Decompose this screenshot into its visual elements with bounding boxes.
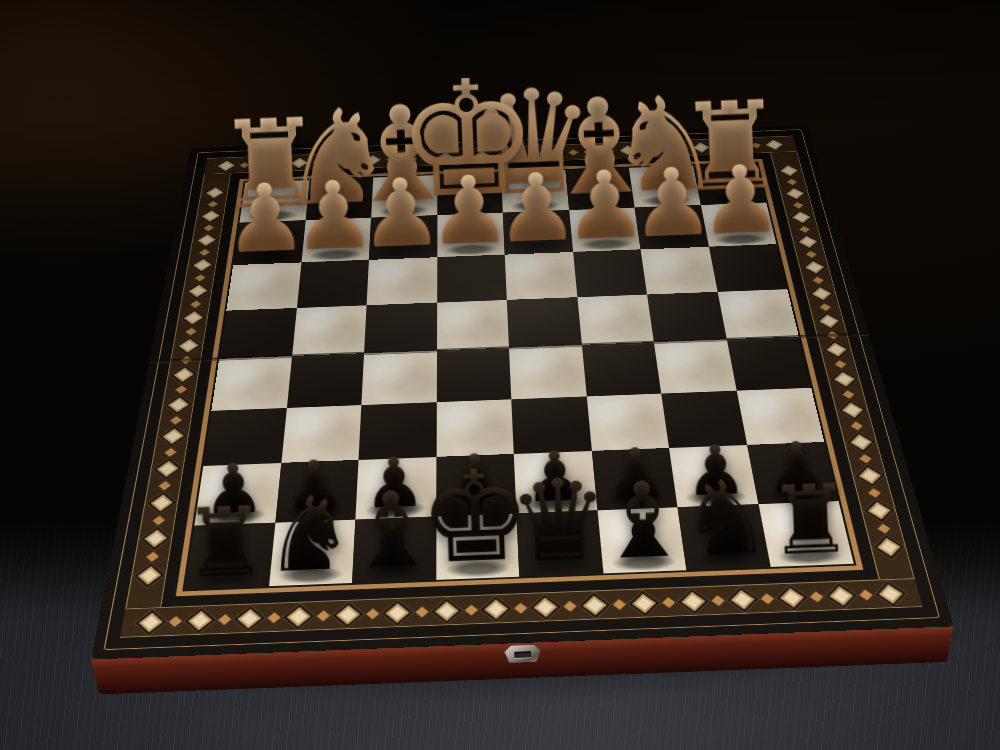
inlay-diamond-small — [175, 386, 187, 394]
inlay-diamond-small — [199, 249, 209, 256]
scene: ♜♞♝♚♛♝♞♜♟♟♟♟♟♟♟♟♟♟♟♟♟♟♟♟♜♞♝♚♛♝♞♜ — [0, 0, 1000, 750]
square-h4[interactable] — [219, 308, 296, 359]
square-b5[interactable] — [654, 339, 736, 393]
square-a5[interactable] — [726, 337, 811, 391]
inlay-diamond-large — [863, 499, 895, 523]
chess-board: ♜♞♝♚♛♝♞♜♟♟♟♟♟♟♟♟♟♟♟♟♟♟♟♟♜♞♝♚♛♝♞♜ — [185, 163, 854, 590]
inlay-diamond-small — [805, 251, 816, 258]
inlay-diamond-large — [825, 582, 858, 609]
inlay-diamond-small — [185, 328, 196, 336]
photo-of-chess-set: { "game": "chess", "view": { "camera": "… — [0, 0, 1000, 750]
square-f5[interactable] — [361, 350, 436, 404]
inlay-diamond-small — [850, 422, 862, 431]
inlay-diamond-small — [842, 390, 854, 398]
inlay-diamond-small — [787, 179, 797, 185]
square-h5[interactable] — [211, 356, 291, 410]
inlay-diamond-large — [872, 535, 904, 560]
piece-black-knight-g8[interactable]: ♞ — [261, 486, 357, 584]
piece-black-rook-a8[interactable]: ♜ — [766, 474, 854, 564]
inlay-diamond-large — [794, 233, 820, 250]
square-d2[interactable]: ♟ — [503, 210, 573, 255]
inlay-diamond-small — [834, 360, 846, 368]
square-b4[interactable] — [647, 292, 726, 343]
square-d4[interactable] — [507, 297, 582, 348]
chess-box: ♜♞♝♚♛♝♞♜♟♟♟♟♟♟♟♟♟♟♟♟♟♟♟♟♜♞♝♚♛♝♞♜ — [91, 124, 953, 659]
inlay-diamond-large — [139, 526, 171, 550]
clasp-latch — [504, 645, 540, 663]
inlay-diamond-small — [799, 226, 809, 233]
inlay-diamond-large — [189, 257, 215, 274]
inlay-diamond-large — [152, 458, 182, 480]
square-b2[interactable]: ♟ — [635, 205, 709, 250]
inlay-diamond-large — [822, 340, 851, 360]
inlay-diamond-large — [814, 312, 842, 331]
inlay-diamond-large — [837, 400, 867, 421]
inlay-diamond-small — [164, 448, 176, 457]
piece-black-king-e8[interactable]: ♚ — [417, 458, 534, 578]
square-d5[interactable] — [509, 345, 586, 399]
inlay-diamond-large — [179, 309, 206, 327]
square-h8[interactable]: ♜ — [185, 522, 275, 589]
inlay-diamond-large — [174, 336, 202, 355]
inlay-diamond-small — [868, 488, 881, 497]
inlay-diamond-large — [801, 259, 828, 276]
clasp-slot — [514, 651, 531, 658]
inlay-diamond-large — [829, 369, 858, 389]
piece-black-rook-h8[interactable]: ♜ — [181, 497, 269, 587]
inlay-diamond-large — [133, 563, 165, 589]
square-a2[interactable]: ♟ — [700, 202, 776, 247]
inlay-diamond-small — [819, 304, 830, 311]
square-c3[interactable] — [573, 249, 647, 297]
piece-black-knight-b8[interactable]: ♞ — [678, 470, 774, 568]
inlay-diamond-large — [529, 594, 562, 621]
inlay-diamond-small — [793, 202, 803, 208]
inlay-diamond-small — [207, 201, 217, 207]
inlay-diamond-large — [169, 365, 198, 385]
inlay-diamond-small — [877, 524, 890, 534]
inlay-diamond-large — [158, 425, 188, 447]
inlay-diamond-small — [194, 274, 205, 281]
inlay-diamond-large — [163, 395, 192, 416]
board-top-surface: ♜♞♝♚♛♝♞♜♟♟♟♟♟♟♟♟♟♟♟♟♟♟♟♟♜♞♝♚♛♝♞♜ — [91, 124, 953, 659]
square-h3[interactable] — [226, 262, 301, 310]
square-g5[interactable] — [286, 353, 364, 407]
inlay-diamond-small — [146, 552, 159, 562]
square-a8[interactable]: ♜ — [758, 501, 854, 567]
square-b8[interactable]: ♞ — [677, 504, 770, 570]
piece-white-pawn-a2[interactable]: ♟ — [697, 156, 784, 245]
square-g4[interactable] — [292, 305, 367, 356]
square-e8[interactable]: ♚ — [436, 513, 520, 580]
inlay-diamond-large — [845, 431, 875, 453]
square-c5[interactable] — [581, 342, 661, 396]
inlay-diamond-small — [170, 416, 182, 424]
inlay-diamond-small — [152, 516, 165, 526]
square-e5[interactable] — [436, 348, 511, 402]
square-g8[interactable]: ♞ — [268, 519, 355, 586]
